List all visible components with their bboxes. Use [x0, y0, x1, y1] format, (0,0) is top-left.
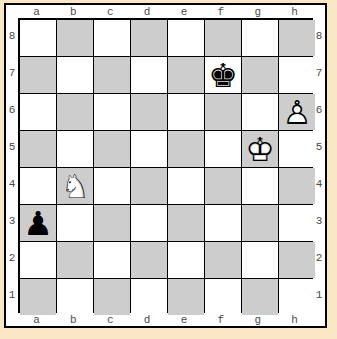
- square-f6[interactable]: [205, 94, 241, 130]
- square-g1[interactable]: [242, 279, 278, 315]
- square-a6[interactable]: [20, 94, 56, 130]
- coord-label-5: 5: [316, 141, 323, 153]
- piece-white-king: ♚♔: [242, 131, 278, 167]
- square-b4[interactable]: ♞♘: [57, 168, 93, 204]
- square-c1[interactable]: [94, 279, 130, 315]
- square-c6[interactable]: [94, 94, 130, 130]
- square-b5[interactable]: [57, 131, 93, 167]
- rank-labels-left: 87654321: [6, 18, 18, 313]
- coord-label-3: 3: [9, 215, 16, 227]
- square-b1[interactable]: [57, 279, 93, 315]
- corner-top-right: [313, 5, 325, 18]
- square-d3[interactable]: [131, 205, 167, 241]
- square-c7[interactable]: [94, 57, 130, 93]
- coord-label-3: 3: [316, 215, 323, 227]
- coord-label-a: a: [33, 6, 40, 18]
- square-d8[interactable]: [131, 20, 167, 56]
- coord-label-1: 1: [9, 289, 16, 301]
- square-h1[interactable]: [279, 279, 315, 315]
- piece-black-pawn: ♟: [20, 205, 56, 241]
- square-h5[interactable]: [279, 131, 315, 167]
- coord-label-7: 7: [9, 67, 16, 79]
- coord-label-h: h: [291, 314, 298, 326]
- square-c4[interactable]: [94, 168, 130, 204]
- square-h4[interactable]: [279, 168, 315, 204]
- coord-label-g: g: [254, 314, 261, 326]
- piece-white-pawn: ♟♙: [279, 94, 315, 130]
- square-g8[interactable]: [242, 20, 278, 56]
- coord-label-6: 6: [316, 104, 323, 116]
- coord-label-7: 7: [316, 67, 323, 79]
- square-g3[interactable]: [242, 205, 278, 241]
- coord-label-1: 1: [316, 289, 323, 301]
- coord-label-2: 2: [9, 252, 16, 264]
- square-a8[interactable]: [20, 20, 56, 56]
- coord-label-6: 6: [9, 104, 16, 116]
- square-a5[interactable]: [20, 131, 56, 167]
- corner-bottom-left: [6, 313, 18, 326]
- square-e4[interactable]: [168, 168, 204, 204]
- square-e5[interactable]: [168, 131, 204, 167]
- chess-board: ♚♟♙♚♔♞♘♟: [18, 18, 313, 313]
- square-d7[interactable]: [131, 57, 167, 93]
- square-b6[interactable]: [57, 94, 93, 130]
- square-f8[interactable]: [205, 20, 241, 56]
- square-e3[interactable]: [168, 205, 204, 241]
- square-c8[interactable]: [94, 20, 130, 56]
- coord-label-f: f: [218, 6, 225, 18]
- square-a7[interactable]: [20, 57, 56, 93]
- square-d5[interactable]: [131, 131, 167, 167]
- square-a3[interactable]: ♟: [20, 205, 56, 241]
- square-g6[interactable]: [242, 94, 278, 130]
- coord-label-d: d: [144, 314, 151, 326]
- square-h8[interactable]: [279, 20, 315, 56]
- coord-label-8: 8: [9, 30, 16, 42]
- coord-label-4: 4: [9, 178, 16, 190]
- square-c2[interactable]: [94, 242, 130, 278]
- coord-label-f: f: [218, 314, 225, 326]
- square-f2[interactable]: [205, 242, 241, 278]
- square-g4[interactable]: [242, 168, 278, 204]
- square-h6[interactable]: ♟♙: [279, 94, 315, 130]
- coord-label-c: c: [107, 314, 114, 326]
- square-g5[interactable]: ♚♔: [242, 131, 278, 167]
- square-b3[interactable]: [57, 205, 93, 241]
- square-c3[interactable]: [94, 205, 130, 241]
- square-d2[interactable]: [131, 242, 167, 278]
- coord-label-a: a: [33, 314, 40, 326]
- piece-white-knight: ♞♘: [57, 168, 93, 204]
- coord-label-d: d: [144, 6, 151, 18]
- coord-label-e: e: [181, 314, 188, 326]
- square-b8[interactable]: [57, 20, 93, 56]
- coord-label-8: 8: [316, 30, 323, 42]
- square-e8[interactable]: [168, 20, 204, 56]
- coord-label-c: c: [107, 6, 114, 18]
- piece-black-king: ♚: [205, 57, 241, 93]
- square-h2[interactable]: [279, 242, 315, 278]
- chess-diagram: abcdefgh 87654321 ♚♟♙♚♔♞♘♟ 87654321 abcd…: [4, 3, 327, 328]
- coord-label-e: e: [181, 6, 188, 18]
- square-h7[interactable]: [279, 57, 315, 93]
- coord-label-4: 4: [316, 178, 323, 190]
- square-b2[interactable]: [57, 242, 93, 278]
- square-d1[interactable]: [131, 279, 167, 315]
- coord-label-h: h: [291, 6, 298, 18]
- square-g2[interactable]: [242, 242, 278, 278]
- coord-label-g: g: [254, 6, 261, 18]
- square-f4[interactable]: [205, 168, 241, 204]
- square-f5[interactable]: [205, 131, 241, 167]
- square-d6[interactable]: [131, 94, 167, 130]
- square-f7[interactable]: ♚: [205, 57, 241, 93]
- square-a4[interactable]: [20, 168, 56, 204]
- square-g7[interactable]: [242, 57, 278, 93]
- square-b7[interactable]: [57, 57, 93, 93]
- square-f3[interactable]: [205, 205, 241, 241]
- coord-label-b: b: [70, 314, 77, 326]
- square-e7[interactable]: [168, 57, 204, 93]
- square-c5[interactable]: [94, 131, 130, 167]
- coord-label-5: 5: [9, 141, 16, 153]
- square-h3[interactable]: [279, 205, 315, 241]
- coord-label-2: 2: [316, 252, 323, 264]
- corner-top-left: [6, 5, 18, 18]
- square-e6[interactable]: [168, 94, 204, 130]
- square-f1[interactable]: [205, 279, 241, 315]
- square-e1[interactable]: [168, 279, 204, 315]
- square-d4[interactable]: [131, 168, 167, 204]
- file-labels-top: abcdefgh: [18, 5, 313, 18]
- square-a2[interactable]: [20, 242, 56, 278]
- coord-label-b: b: [70, 6, 77, 18]
- square-e2[interactable]: [168, 242, 204, 278]
- square-a1[interactable]: [20, 279, 56, 315]
